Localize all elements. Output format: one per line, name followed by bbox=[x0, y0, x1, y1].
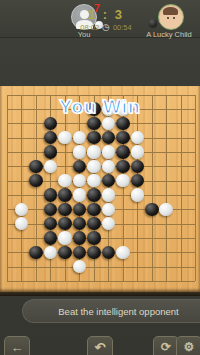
white-stone bbox=[102, 203, 116, 217]
clock-icon: ◷ bbox=[102, 23, 110, 32]
white-stone bbox=[131, 188, 145, 202]
grid-line bbox=[7, 281, 195, 282]
black-stone bbox=[73, 231, 87, 245]
black-stone bbox=[58, 203, 72, 217]
opponent-avatar[interactable] bbox=[158, 4, 184, 30]
game-screen: 7 You 1 : 3 08:02 ◷ 00:54 A Lucky Child … bbox=[0, 0, 200, 355]
black-stone bbox=[44, 217, 58, 231]
white-stone bbox=[73, 145, 87, 159]
grid-line bbox=[7, 238, 195, 239]
black-stone bbox=[102, 246, 116, 260]
mode-banner-text: Beat the intelligent opponent bbox=[44, 306, 178, 317]
black-stone bbox=[87, 188, 101, 202]
black-stone bbox=[73, 217, 87, 231]
black-stone bbox=[29, 174, 43, 188]
black-stone bbox=[131, 160, 145, 174]
black-stone bbox=[87, 131, 101, 145]
white-stone bbox=[73, 260, 87, 274]
black-stone bbox=[58, 217, 72, 231]
white-stone bbox=[58, 131, 72, 145]
opponent-name: A Lucky Child bbox=[138, 30, 200, 39]
opponent-avatar-hair bbox=[163, 7, 178, 15]
black-stone bbox=[87, 203, 101, 217]
white-stone bbox=[44, 160, 58, 174]
white-stone bbox=[87, 145, 101, 159]
white-stone bbox=[87, 174, 101, 188]
white-stone bbox=[131, 131, 145, 145]
top-bar: 7 You 1 : 3 08:02 ◷ 00:54 A Lucky Child bbox=[0, 0, 200, 38]
white-stone bbox=[15, 217, 29, 231]
white-stone bbox=[102, 117, 116, 131]
white-stone bbox=[102, 188, 116, 202]
black-stone bbox=[116, 145, 130, 159]
black-stone bbox=[116, 117, 130, 131]
undo-button[interactable]: ↶ bbox=[87, 336, 113, 355]
black-stone bbox=[116, 160, 130, 174]
back-icon: ← bbox=[11, 340, 24, 355]
player-timer: 08:02 bbox=[80, 23, 99, 32]
opponent-avatar-eye bbox=[167, 17, 169, 19]
grid-line bbox=[195, 95, 196, 281]
black-stone bbox=[131, 174, 145, 188]
black-stone bbox=[44, 117, 58, 131]
black-stone bbox=[73, 160, 87, 174]
black-stone bbox=[102, 174, 116, 188]
black-stone bbox=[29, 160, 43, 174]
opponent-avatar-eye bbox=[173, 17, 175, 19]
white-stone bbox=[102, 145, 116, 159]
white-stone bbox=[73, 174, 87, 188]
white-stone bbox=[102, 160, 116, 174]
white-stone bbox=[15, 203, 29, 217]
white-stone bbox=[73, 131, 87, 145]
opponent-timer: 00:54 bbox=[113, 23, 132, 32]
black-stone bbox=[87, 217, 101, 231]
grid-line bbox=[7, 267, 195, 268]
mode-banner: Beat the intelligent opponent bbox=[22, 299, 200, 323]
restart-icon: ⟳ bbox=[161, 340, 171, 354]
score-display: 1 : 3 bbox=[66, 7, 146, 22]
gear-icon: ⚙ bbox=[184, 340, 195, 354]
white-stone bbox=[102, 217, 116, 231]
black-stone bbox=[44, 188, 58, 202]
white-stone bbox=[58, 231, 72, 245]
black-stone-icon bbox=[149, 19, 157, 27]
settings-button[interactable]: ⚙ bbox=[176, 336, 200, 355]
black-stone bbox=[145, 203, 159, 217]
black-stone bbox=[73, 246, 87, 260]
black-stone bbox=[58, 246, 72, 260]
white-stone bbox=[159, 203, 173, 217]
white-stone bbox=[87, 160, 101, 174]
win-message: You Win bbox=[0, 96, 200, 118]
white-stone bbox=[73, 188, 87, 202]
black-stone bbox=[44, 231, 58, 245]
white-stone bbox=[116, 246, 130, 260]
white-stone bbox=[58, 174, 72, 188]
white-stone bbox=[116, 174, 130, 188]
white-stone bbox=[44, 246, 58, 260]
black-stone bbox=[116, 131, 130, 145]
black-stone bbox=[44, 145, 58, 159]
black-stone bbox=[87, 246, 101, 260]
black-stone bbox=[87, 117, 101, 131]
back-button[interactable]: ← bbox=[4, 336, 30, 355]
black-stone bbox=[44, 131, 58, 145]
black-stone bbox=[73, 203, 87, 217]
black-stone bbox=[44, 203, 58, 217]
undo-icon: ↶ bbox=[95, 340, 106, 355]
black-stone bbox=[87, 231, 101, 245]
black-stone bbox=[58, 188, 72, 202]
white-stone bbox=[131, 145, 145, 159]
black-stone bbox=[29, 246, 43, 260]
black-stone bbox=[102, 131, 116, 145]
